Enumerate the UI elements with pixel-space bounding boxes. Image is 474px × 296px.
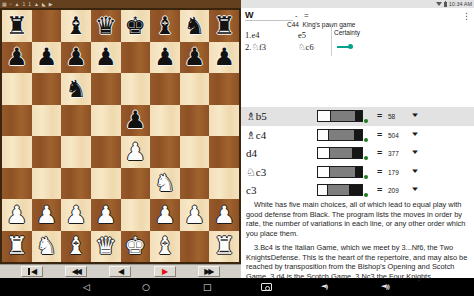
recents-button[interactable]: □	[203, 282, 212, 292]
square-g8[interactable]: ♞	[180, 10, 210, 42]
playback-bar: ◀◀◀◀▶▶▶	[0, 264, 241, 278]
square-a6[interactable]	[2, 73, 32, 105]
black-piece-b: ♝	[65, 14, 87, 38]
square-f6[interactable]	[150, 73, 180, 105]
double-left-triangle-glyph: ◀◀	[72, 268, 80, 276]
black-piece-p: ♟	[65, 45, 87, 69]
result-stats-bar	[317, 147, 363, 159]
square-e3[interactable]	[121, 168, 151, 200]
game-count: 209	[388, 187, 399, 194]
black-piece-p: ♟	[184, 45, 206, 69]
moves-played: 1.e4e52.♘f3♘c6	[245, 29, 314, 53]
square-f3[interactable]: ♞	[150, 168, 180, 200]
candidate-row-c3[interactable]: c3=209▼	[241, 181, 474, 200]
square-d4[interactable]	[91, 136, 121, 168]
white-piece-q: ♛	[95, 234, 117, 258]
draws-segment	[328, 185, 349, 195]
square-a5[interactable]	[2, 105, 32, 137]
square-g6[interactable]	[180, 73, 210, 105]
game-count: 179	[388, 169, 399, 176]
square-b7[interactable]: ♟	[32, 42, 62, 74]
square-b8[interactable]	[32, 10, 62, 42]
square-d6[interactable]	[91, 73, 121, 105]
evaluation-symbol: =	[377, 167, 382, 177]
green-status-dot	[364, 119, 368, 123]
back-button[interactable]: ◁	[83, 282, 90, 292]
square-c4[interactable]	[61, 136, 91, 168]
white-piece-p: ♟	[125, 140, 147, 164]
board-toolbar-icon-4[interactable]: 1	[22, 2, 25, 7]
square-e5[interactable]: ♟	[121, 105, 151, 137]
play-button[interactable]: ▶	[154, 266, 176, 277]
game-count: 504	[388, 132, 399, 139]
white-piece-b: ♝	[154, 234, 176, 258]
square-e2[interactable]	[121, 199, 151, 231]
result-stats-bar	[317, 110, 363, 122]
square-a1[interactable]: ♜	[2, 231, 32, 263]
black-wins-segment	[355, 111, 362, 121]
game-count: 58	[388, 113, 395, 120]
square-f8[interactable]: ♝	[150, 10, 180, 42]
result-stats-bar	[317, 129, 363, 141]
analysis-panel: 10:34 AM W - = ⋮ C44 King's pawn game 1.…	[241, 0, 474, 278]
chevron-down-icon[interactable]: ▼	[410, 149, 420, 155]
opening-name: C44 King's pawn game	[287, 21, 355, 28]
side-to-move-label: W	[245, 10, 254, 20]
fast-rewind-button[interactable]: ◀◀	[65, 266, 87, 277]
square-f5[interactable]	[150, 105, 180, 137]
evaluation-symbols: - =	[295, 11, 311, 20]
certainty-slider[interactable]	[337, 44, 367, 49]
column-divider	[331, 23, 332, 56]
black-wins-segment	[355, 167, 362, 177]
status-bar: 10:34 AM	[241, 0, 474, 8]
black-move[interactable]: ♘c6	[298, 42, 314, 52]
white-piece-r: ♜	[6, 234, 28, 258]
square-h2[interactable]: ♟	[209, 199, 239, 231]
green-status-dot	[364, 193, 368, 197]
black-move[interactable]: e5	[298, 30, 306, 40]
square-a2[interactable]: ♟	[2, 199, 32, 231]
white-piece-n: ♞	[36, 234, 58, 258]
black-piece-r: ♜	[6, 14, 28, 38]
side-field-underline	[245, 20, 293, 21]
square-e7[interactable]	[121, 42, 151, 74]
board-toolbar-icon-3[interactable]: ▲	[15, 2, 20, 7]
square-f1[interactable]: ♝	[150, 231, 180, 263]
square-g4[interactable]	[180, 136, 210, 168]
black-piece-n: ♞	[184, 14, 206, 38]
square-f2[interactable]: ♟	[150, 199, 180, 231]
black-piece-r: ♜	[213, 14, 235, 38]
black-wins-segment	[354, 130, 362, 140]
square-h8[interactable]: ♜	[209, 10, 239, 42]
board-toolbar-icon-5[interactable]: 1	[28, 2, 31, 7]
white-wins-segment	[318, 130, 329, 140]
square-e6[interactable]	[121, 73, 151, 105]
draws-segment	[330, 148, 352, 158]
green-status-dot	[364, 156, 368, 160]
square-f7[interactable]: ♟	[150, 42, 180, 74]
square-h6[interactable]	[209, 73, 239, 105]
result-stats-bar	[317, 166, 363, 178]
black-wins-segment	[349, 185, 362, 195]
square-d2[interactable]: ♟	[91, 199, 121, 231]
evaluation-symbol: =	[377, 148, 382, 158]
square-d1[interactable]: ♛	[91, 231, 121, 263]
result-stats-bar	[317, 184, 363, 196]
square-c1[interactable]: ♝	[61, 231, 91, 263]
white-piece-p: ♟	[36, 203, 58, 227]
candidate-row-♘c3[interactable]: ♘c3=179▼	[241, 163, 474, 182]
candidate-row-♗c4[interactable]: ♗c4=504▼	[241, 126, 474, 145]
evaluation-symbol: =	[377, 130, 382, 140]
bar-glyph	[28, 268, 30, 275]
status-time: 10:34 AM	[449, 1, 472, 7]
square-b2[interactable]: ♟	[32, 199, 62, 231]
square-b4[interactable]	[32, 136, 62, 168]
white-piece-p: ♟	[154, 203, 176, 227]
white-piece-k: ♚	[125, 234, 147, 258]
green-status-dot	[364, 138, 368, 142]
square-a4[interactable]	[2, 136, 32, 168]
candidate-move-label: c3	[246, 183, 256, 197]
square-d3[interactable]	[91, 168, 121, 200]
slider-thumb[interactable]	[348, 44, 353, 49]
square-d8[interactable]: ♛	[91, 10, 121, 42]
square-h7[interactable]: ♟	[209, 42, 239, 74]
board-toolbar-icon-2[interactable]: ▫	[10, 2, 12, 7]
black-piece-p: ♟	[154, 45, 176, 69]
step-back-button[interactable]: ◀	[109, 266, 131, 277]
candidate-move-list: ♗b5=58▼♗c4=504▼d4=377▼♘c3=179▼c3=209▼	[241, 107, 474, 200]
home-button[interactable]: ○	[142, 282, 150, 292]
square-h5[interactable]	[209, 105, 239, 137]
square-b3[interactable]	[32, 168, 62, 200]
white-wins-segment	[318, 111, 331, 121]
candidate-move-label: ♗b5	[246, 109, 267, 123]
fast-forward-button[interactable]: ▶▶	[198, 266, 220, 277]
board-toolbar-icon-8[interactable]: ▶	[49, 2, 53, 7]
square-c3[interactable]	[61, 168, 91, 200]
left-triangle-glyph: ◀	[118, 268, 122, 276]
square-g1[interactable]	[180, 231, 210, 263]
candidate-move-label: d4	[246, 146, 257, 160]
go-start-button[interactable]: ◀	[21, 266, 43, 277]
square-b1[interactable]: ♞	[32, 231, 62, 263]
chevron-down-icon[interactable]: ▼	[410, 112, 420, 118]
black-piece-p: ♟	[95, 45, 117, 69]
square-a7[interactable]: ♟	[2, 42, 32, 74]
white-piece-p: ♟	[213, 203, 235, 227]
overflow-menu-icon[interactable]: ⋮	[462, 11, 471, 21]
black-piece-p: ♟	[213, 45, 235, 69]
black-piece-q: ♛	[95, 14, 117, 38]
black-piece-p: ♟	[125, 108, 147, 132]
white-piece-r: ♜	[213, 234, 235, 258]
square-g5[interactable]	[180, 105, 210, 137]
chevron-down-icon[interactable]: ▼	[410, 131, 420, 137]
square-c5[interactable]	[61, 105, 91, 137]
square-d5[interactable]	[91, 105, 121, 137]
square-c7[interactable]: ♟	[61, 42, 91, 74]
square-c2[interactable]: ♟	[61, 199, 91, 231]
square-b5[interactable]	[32, 105, 62, 137]
candidate-move-label: ♗c4	[246, 128, 266, 142]
white-piece-p: ♟	[184, 203, 206, 227]
black-piece-p: ♟	[36, 45, 58, 69]
white-piece-p: ♟	[65, 203, 87, 227]
move-row-1: 1.e4e5	[245, 29, 314, 41]
square-h4[interactable]	[209, 136, 239, 168]
white-move[interactable]: 2.♘f3	[245, 42, 298, 52]
black-piece-b: ♝	[154, 14, 176, 38]
board-toolbar: ▦▫▲11▲◣▶	[0, 0, 241, 8]
square-a8[interactable]: ♜	[2, 10, 32, 42]
wifi-icon	[436, 2, 442, 6]
square-e4[interactable]: ♟	[121, 136, 151, 168]
opening-title: King's pawn game	[303, 21, 356, 28]
battery-icon	[444, 2, 447, 7]
square-h1[interactable]: ♜	[209, 231, 239, 263]
square-g2[interactable]: ♟	[180, 199, 210, 231]
board-toolbar-icon-7[interactable]: ◣	[42, 2, 46, 7]
evaluation-symbol: =	[377, 111, 382, 121]
black-piece-p: ♟	[6, 45, 28, 69]
draws-segment	[329, 130, 353, 140]
notes-paragraph-1: White has five main choices, all of whic…	[246, 200, 471, 239]
candidate-move-label: ♘c3	[246, 165, 266, 179]
notes-paragraph-2: 3.Bc4 is the Italian Game, which we meet…	[246, 243, 471, 282]
chevron-down-icon[interactable]: ▼	[410, 168, 420, 174]
move-row-2: 2.♘f3♘c6	[245, 41, 314, 53]
square-c8[interactable]: ♝	[61, 10, 91, 42]
white-piece-b: ♝	[65, 234, 87, 258]
black-piece-n: ♞	[65, 77, 87, 101]
green-status-dot	[364, 175, 368, 179]
white-move[interactable]: 1.e4	[245, 30, 298, 40]
chess-board-frame: ♜♝♛♚♝♞♜♟♟♟♟♟♟♟♞♟♟♞♟♟♟♟♟♟♟♜♞♝♛♚♝♜	[0, 8, 241, 264]
draws-segment	[330, 167, 355, 177]
double-right-triangle-glyph: ▶▶	[204, 268, 212, 276]
square-c6[interactable]: ♞	[61, 73, 91, 105]
white-wins-segment	[318, 167, 330, 177]
evaluation-symbol: =	[377, 185, 382, 195]
chess-board[interactable]: ♜♝♛♚♝♞♜♟♟♟♟♟♟♟♞♟♟♞♟♟♟♟♟♟♟♜♞♝♛♚♝♜	[2, 10, 239, 262]
white-piece-p: ♟	[95, 203, 117, 227]
square-e8[interactable]: ♚	[121, 10, 151, 42]
square-b6[interactable]	[32, 73, 62, 105]
candidate-row-d4[interactable]: d4=377▼	[241, 144, 474, 163]
square-f4[interactable]	[150, 136, 180, 168]
white-wins-segment	[318, 148, 330, 158]
square-d7[interactable]: ♟	[91, 42, 121, 74]
chevron-down-icon[interactable]: ▼	[410, 186, 420, 192]
play-triangle-glyph: ▶	[162, 268, 166, 276]
draws-segment	[331, 111, 355, 121]
opening-notes: White has five main choices, all of whic…	[246, 200, 471, 286]
square-g7[interactable]: ♟	[180, 42, 210, 74]
white-piece-n: ♞	[154, 171, 176, 195]
white-piece-p: ♟	[6, 203, 28, 227]
certainty-label: Certainty	[334, 29, 360, 36]
candidate-row-♗b5[interactable]: ♗b5=58▼	[241, 107, 474, 126]
game-count: 377	[388, 150, 399, 157]
square-h3[interactable]	[209, 168, 239, 200]
black-wins-segment	[352, 148, 362, 158]
square-e1[interactable]: ♚	[121, 231, 151, 263]
square-a3[interactable]	[2, 168, 32, 200]
black-piece-k: ♚	[125, 14, 147, 38]
square-g3[interactable]	[180, 168, 210, 200]
left-triangle-glyph: ◀	[31, 268, 35, 276]
white-wins-segment	[318, 185, 328, 195]
opening-code: C44	[287, 21, 299, 28]
board-toolbar-icon-1[interactable]: ▦	[2, 2, 7, 7]
board-toolbar-icon-6[interactable]: ▲	[34, 2, 39, 7]
